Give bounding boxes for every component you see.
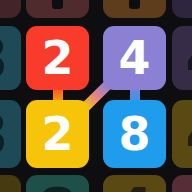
- tile-r3c2-value-4[interactable]: 4: [103, 175, 166, 192]
- tile-value: 8: [38, 180, 77, 192]
- game-board: 8244828484: [0, 0, 192, 192]
- tile-r1c1-value-2[interactable]: 2: [26, 26, 89, 90]
- tile-value: 8: [0, 30, 7, 86]
- tile-value: 4: [118, 35, 150, 81]
- tile-r1c3-value-4[interactable]: 4: [172, 26, 192, 90]
- tile-r3c0[interactable]: [0, 175, 21, 192]
- tile-value: 4: [115, 180, 154, 192]
- tile-value: 8: [0, 106, 7, 162]
- tile-top-notch: [52, 0, 63, 9]
- tile-r2c1-value-2[interactable]: 2: [26, 100, 89, 168]
- tile-r0c3[interactable]: [172, 0, 192, 18]
- tile-value: 2: [41, 35, 73, 81]
- tile-r0c0[interactable]: [0, 0, 21, 18]
- tile-r3c1-value-8[interactable]: 8: [26, 175, 89, 192]
- tile-r2c2-value-8[interactable]: 8: [103, 100, 166, 168]
- tile-r2c0-value-8[interactable]: 8: [0, 100, 21, 168]
- tile-r1c2-value-4[interactable]: 4: [103, 26, 166, 90]
- tile-value: 4: [186, 30, 192, 86]
- tile-value: 4: [186, 106, 192, 162]
- tile-r2c3-value-4[interactable]: 4: [172, 100, 192, 168]
- tile-value: 8: [118, 111, 150, 157]
- tile-r1c0-value-8[interactable]: 8: [0, 26, 21, 90]
- tile-value: 2: [41, 111, 73, 157]
- tile-r3c3[interactable]: [172, 175, 192, 192]
- tile-top-notch: [129, 0, 140, 9]
